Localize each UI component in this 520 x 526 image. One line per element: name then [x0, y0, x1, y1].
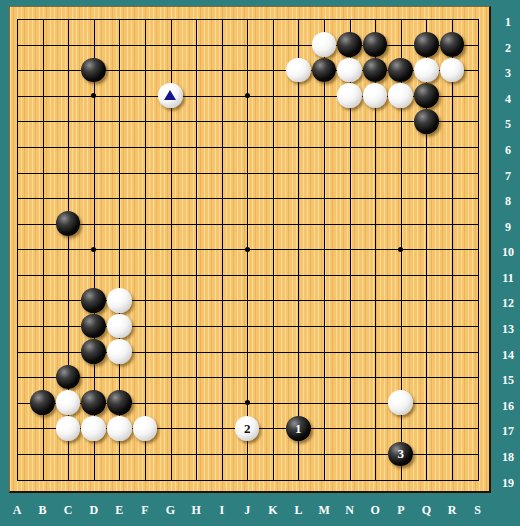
stone-black-P18: 3 — [388, 442, 413, 467]
stone-black-Q5 — [414, 109, 439, 134]
row-label-10: 10 — [502, 246, 514, 258]
stone-black-L17: 1 — [286, 416, 311, 441]
col-label-Q: Q — [422, 504, 431, 516]
row-label-7: 7 — [505, 170, 511, 182]
stone-white-O4 — [363, 83, 388, 108]
stone-black-D13 — [81, 314, 106, 339]
stone-white-N4 — [337, 83, 362, 108]
intersections-grid[interactable]: 132 — [4, 6, 490, 492]
row-label-18: 18 — [502, 451, 514, 463]
stone-white-J17: 2 — [235, 416, 260, 441]
stone-white-Q3 — [414, 58, 439, 83]
row-label-13: 13 — [502, 323, 514, 335]
stone-white-P4 — [388, 83, 413, 108]
col-label-G: G — [166, 504, 175, 516]
col-label-P: P — [397, 504, 404, 516]
row-label-12: 12 — [502, 297, 514, 309]
star-point-P10 — [398, 247, 403, 252]
stone-white-P16 — [388, 390, 413, 415]
stone-black-R2 — [440, 32, 465, 57]
col-label-E: E — [115, 504, 123, 516]
move-number-2: 2 — [244, 422, 251, 435]
stone-black-C9 — [56, 211, 81, 236]
col-label-S: S — [474, 504, 481, 516]
col-label-O: O — [371, 504, 380, 516]
col-label-A: A — [13, 504, 22, 516]
col-label-C: C — [64, 504, 73, 516]
row-label-16: 16 — [502, 400, 514, 412]
row-label-3: 3 — [505, 67, 511, 79]
star-point-D10 — [91, 247, 96, 252]
stone-white-L3 — [286, 58, 311, 83]
stone-white-D17 — [81, 416, 106, 441]
stone-black-D3 — [81, 58, 106, 83]
row-label-4: 4 — [505, 93, 511, 105]
col-label-N: N — [345, 504, 354, 516]
stone-white-E13 — [107, 314, 132, 339]
row-label-1: 1 — [505, 16, 511, 28]
stone-white-C16 — [56, 390, 81, 415]
col-label-L: L — [294, 504, 302, 516]
row-label-19: 19 — [502, 477, 514, 489]
stone-white-E12 — [107, 288, 132, 313]
stone-black-D12 — [81, 288, 106, 313]
stone-black-N2 — [337, 32, 362, 57]
stone-black-D14 — [81, 339, 106, 364]
star-point-J4 — [245, 93, 250, 98]
row-label-9: 9 — [505, 221, 511, 233]
stone-white-C17 — [56, 416, 81, 441]
go-diagram-screen: 132 ABCDEFGHIJKLMNOPQRS12345678910111213… — [0, 0, 520, 526]
row-label-8: 8 — [505, 195, 511, 207]
stone-white-F17 — [133, 416, 158, 441]
col-label-H: H — [191, 504, 200, 516]
stone-black-D16 — [81, 390, 106, 415]
col-label-F: F — [141, 504, 148, 516]
col-label-D: D — [89, 504, 98, 516]
row-label-14: 14 — [502, 349, 514, 361]
move-number-1: 1 — [295, 422, 302, 435]
stone-white-N3 — [337, 58, 362, 83]
stone-black-M3 — [312, 58, 337, 83]
stone-white-R3 — [440, 58, 465, 83]
col-label-I: I — [219, 504, 224, 516]
move-number-3: 3 — [397, 447, 404, 460]
col-label-J: J — [244, 504, 250, 516]
star-point-J16 — [245, 400, 250, 405]
stone-black-E16 — [107, 390, 132, 415]
stone-black-O2 — [363, 32, 388, 57]
row-label-15: 15 — [502, 374, 514, 386]
col-label-B: B — [39, 504, 47, 516]
row-label-17: 17 — [502, 425, 514, 437]
stone-white-E14 — [107, 339, 132, 364]
triangle-marker — [164, 90, 176, 100]
col-label-K: K — [268, 504, 277, 516]
row-label-11: 11 — [502, 272, 513, 284]
star-point-J10 — [245, 247, 250, 252]
stone-black-Q4 — [414, 83, 439, 108]
stone-black-O3 — [363, 58, 388, 83]
stone-white-M2 — [312, 32, 337, 57]
stone-black-P3 — [388, 58, 413, 83]
col-label-R: R — [448, 504, 457, 516]
row-label-2: 2 — [505, 42, 511, 54]
row-label-6: 6 — [505, 144, 511, 156]
row-label-5: 5 — [505, 118, 511, 130]
stone-black-C15 — [56, 365, 81, 390]
stone-black-Q2 — [414, 32, 439, 57]
stone-black-B16 — [30, 390, 55, 415]
stone-white-E17 — [107, 416, 132, 441]
stone-white-G4 — [158, 83, 183, 108]
star-point-D4 — [91, 93, 96, 98]
col-label-M: M — [318, 504, 329, 516]
